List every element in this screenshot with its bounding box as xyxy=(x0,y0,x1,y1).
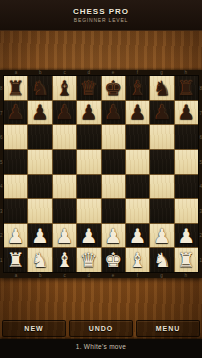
square-b2[interactable]: ♟ xyxy=(28,224,51,248)
file-label-f: f xyxy=(137,273,138,278)
white-pawn: ♟ xyxy=(129,226,147,246)
square-a3[interactable] xyxy=(4,199,27,223)
rank-label-3: 3 xyxy=(0,208,3,213)
square-g6[interactable] xyxy=(150,125,173,149)
white-pawn: ♟ xyxy=(7,226,25,246)
status-bar: 1. White's move xyxy=(0,339,202,358)
undo-button[interactable]: UNDO xyxy=(69,320,133,337)
black-pawn: ♟ xyxy=(31,102,49,122)
square-b5[interactable] xyxy=(28,150,51,174)
square-c5[interactable] xyxy=(53,150,76,174)
square-g3[interactable] xyxy=(150,199,173,223)
white-rook: ♜ xyxy=(177,250,195,270)
black-pawn: ♟ xyxy=(177,102,195,122)
square-g5[interactable] xyxy=(150,150,173,174)
square-d7[interactable]: ♟ xyxy=(77,101,100,125)
square-d5[interactable] xyxy=(77,150,100,174)
white-rook: ♜ xyxy=(7,250,25,270)
square-h7[interactable]: ♟ xyxy=(175,101,198,125)
file-label-f: f xyxy=(137,70,138,75)
white-pawn: ♟ xyxy=(104,226,122,246)
square-e4[interactable] xyxy=(102,175,125,199)
square-g1[interactable]: ♞ xyxy=(150,248,173,272)
square-h5[interactable] xyxy=(175,150,198,174)
rank-label-6: 6 xyxy=(199,135,202,140)
square-a7[interactable]: ♟ xyxy=(4,101,27,125)
square-e6[interactable] xyxy=(102,125,125,149)
square-e8[interactable]: ♚ xyxy=(102,76,125,100)
white-pawn: ♟ xyxy=(55,226,73,246)
square-c6[interactable] xyxy=(53,125,76,149)
square-a8[interactable]: ♜ xyxy=(4,76,27,100)
square-f3[interactable] xyxy=(126,199,149,223)
app-title: CHESS PRO xyxy=(73,7,129,16)
black-king: ♚ xyxy=(104,78,122,98)
square-b6[interactable] xyxy=(28,125,51,149)
file-label-h: h xyxy=(185,70,188,75)
square-h2[interactable]: ♟ xyxy=(175,224,198,248)
square-d1[interactable]: ♛ xyxy=(77,248,100,272)
square-a1[interactable]: ♜ xyxy=(4,248,27,272)
square-g4[interactable] xyxy=(150,175,173,199)
square-d8[interactable]: ♛ xyxy=(77,76,100,100)
header-bar: CHESS PRO BEGINNER LEVEL xyxy=(0,0,202,31)
square-c4[interactable] xyxy=(53,175,76,199)
file-label-e: e xyxy=(112,273,115,278)
file-label-a: a xyxy=(15,273,18,278)
square-b7[interactable]: ♟ xyxy=(28,101,51,125)
white-knight: ♞ xyxy=(31,250,49,270)
square-c8[interactable]: ♝ xyxy=(53,76,76,100)
file-label-g: g xyxy=(160,273,163,278)
file-label-b: b xyxy=(39,273,42,278)
rank-label-8: 8 xyxy=(0,86,3,91)
square-h6[interactable] xyxy=(175,125,198,149)
file-label-a: a xyxy=(15,70,18,75)
move-status-text: 1. White's move xyxy=(76,343,127,358)
square-g7[interactable]: ♟ xyxy=(150,101,173,125)
square-f6[interactable] xyxy=(126,125,149,149)
file-label-g: g xyxy=(160,70,163,75)
file-label-h: h xyxy=(185,273,188,278)
file-label-d: d xyxy=(88,273,91,278)
square-a4[interactable] xyxy=(4,175,27,199)
square-d4[interactable] xyxy=(77,175,100,199)
square-a6[interactable] xyxy=(4,125,27,149)
rank-label-7: 7 xyxy=(199,110,202,115)
file-label-c: c xyxy=(64,70,66,75)
white-pawn: ♟ xyxy=(80,226,98,246)
black-knight: ♞ xyxy=(153,78,171,98)
square-f4[interactable] xyxy=(126,175,149,199)
white-bishop: ♝ xyxy=(55,250,73,270)
app-screen: CHESS PRO BEGINNER LEVEL ♜♞♝♛♚♝♞♜♟♟♟♟♟♟♟… xyxy=(0,0,202,358)
square-d3[interactable] xyxy=(77,199,100,223)
square-c7[interactable]: ♟ xyxy=(53,101,76,125)
square-f8[interactable]: ♝ xyxy=(126,76,149,100)
black-knight: ♞ xyxy=(31,78,49,98)
white-pawn: ♟ xyxy=(153,226,171,246)
white-pawn: ♟ xyxy=(31,226,49,246)
black-bishop: ♝ xyxy=(129,78,147,98)
file-label-e: e xyxy=(112,70,115,75)
rank-label-1: 1 xyxy=(0,257,3,262)
board-grid: ♜♞♝♛♚♝♞♜♟♟♟♟♟♟♟♟♟♟♟♟♟♟♟♟♜♞♝♛♚♝♞♜ xyxy=(4,76,198,272)
square-c3[interactable] xyxy=(53,199,76,223)
square-c1[interactable]: ♝ xyxy=(53,248,76,272)
board-frame: ♜♞♝♛♚♝♞♜♟♟♟♟♟♟♟♟♟♟♟♟♟♟♟♟♜♞♝♛♚♝♞♜ aabbccd… xyxy=(0,70,202,278)
menu-button[interactable]: MENU xyxy=(136,320,200,337)
square-c2[interactable]: ♟ xyxy=(53,224,76,248)
white-bishop: ♝ xyxy=(129,250,147,270)
square-f7[interactable]: ♟ xyxy=(126,101,149,125)
rank-label-2: 2 xyxy=(0,233,3,238)
square-e2[interactable]: ♟ xyxy=(102,224,125,248)
white-pawn: ♟ xyxy=(177,226,195,246)
rank-label-7: 7 xyxy=(0,110,3,115)
square-f2[interactable]: ♟ xyxy=(126,224,149,248)
square-b3[interactable] xyxy=(28,199,51,223)
black-pawn: ♟ xyxy=(153,102,171,122)
black-bishop: ♝ xyxy=(55,78,73,98)
square-f1[interactable]: ♝ xyxy=(126,248,149,272)
file-label-d: d xyxy=(88,70,91,75)
square-h8[interactable]: ♜ xyxy=(175,76,198,100)
square-h3[interactable] xyxy=(175,199,198,223)
square-b8[interactable]: ♞ xyxy=(28,76,51,100)
square-h4[interactable] xyxy=(175,175,198,199)
square-g8[interactable]: ♞ xyxy=(150,76,173,100)
square-a5[interactable] xyxy=(4,150,27,174)
square-e1[interactable]: ♚ xyxy=(102,248,125,272)
square-h1[interactable]: ♜ xyxy=(175,248,198,272)
black-pawn: ♟ xyxy=(80,102,98,122)
file-label-c: c xyxy=(64,273,66,278)
toolbar: NEW UNDO MENU xyxy=(2,320,200,337)
square-e7[interactable]: ♟ xyxy=(102,101,125,125)
rank-label-3: 3 xyxy=(199,208,202,213)
black-queen: ♛ xyxy=(80,78,98,98)
white-knight: ♞ xyxy=(153,250,171,270)
black-rook: ♜ xyxy=(177,78,195,98)
square-b1[interactable]: ♞ xyxy=(28,248,51,272)
rank-label-4: 4 xyxy=(199,184,202,189)
square-d6[interactable] xyxy=(77,125,100,149)
square-d2[interactable]: ♟ xyxy=(77,224,100,248)
black-pawn: ♟ xyxy=(55,102,73,122)
square-f5[interactable] xyxy=(126,150,149,174)
rank-label-8: 8 xyxy=(199,86,202,91)
black-rook: ♜ xyxy=(7,78,25,98)
square-b4[interactable] xyxy=(28,175,51,199)
white-queen: ♛ xyxy=(80,250,98,270)
rank-label-1: 1 xyxy=(199,257,202,262)
rank-label-6: 6 xyxy=(0,135,3,140)
new-button[interactable]: NEW xyxy=(2,320,66,337)
white-king: ♚ xyxy=(104,250,122,270)
black-pawn: ♟ xyxy=(129,102,147,122)
square-e5[interactable] xyxy=(102,150,125,174)
rank-label-5: 5 xyxy=(199,159,202,164)
rank-label-2: 2 xyxy=(199,233,202,238)
file-label-b: b xyxy=(39,70,42,75)
level-subtitle: BEGINNER LEVEL xyxy=(74,17,128,24)
black-pawn: ♟ xyxy=(104,102,122,122)
rank-label-5: 5 xyxy=(0,159,3,164)
black-pawn: ♟ xyxy=(7,102,25,122)
rank-label-4: 4 xyxy=(0,184,3,189)
square-e3[interactable] xyxy=(102,199,125,223)
square-g2[interactable]: ♟ xyxy=(150,224,173,248)
square-a2[interactable]: ♟ xyxy=(4,224,27,248)
